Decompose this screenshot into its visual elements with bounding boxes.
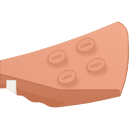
photo-frame: LEGO LEGO LEGO LEGO [0,0,135,135]
lego-piece-photo: LEGO LEGO LEGO LEGO [0,0,135,135]
piece-left-notch [7,80,17,94]
